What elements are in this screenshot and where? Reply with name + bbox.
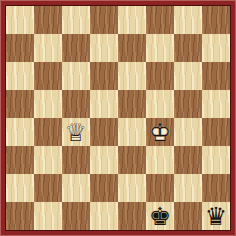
square-f5[interactable] [146, 90, 174, 118]
square-e4[interactable] [118, 118, 146, 146]
square-c3[interactable] [62, 146, 90, 174]
square-d8[interactable] [90, 6, 118, 34]
square-c4[interactable]: ♛♕ [62, 118, 90, 146]
square-g5[interactable] [174, 90, 202, 118]
square-f3[interactable] [146, 146, 174, 174]
square-b5[interactable] [34, 90, 62, 118]
square-e1[interactable] [118, 202, 146, 230]
square-d5[interactable] [90, 90, 118, 118]
square-g6[interactable] [174, 62, 202, 90]
square-a4[interactable] [6, 118, 34, 146]
square-e3[interactable] [118, 146, 146, 174]
square-g8[interactable] [174, 6, 202, 34]
square-a5[interactable] [6, 90, 34, 118]
square-b3[interactable] [34, 146, 62, 174]
square-c1[interactable] [62, 202, 90, 230]
chess-board: ♛♕♚♔♚♛ [6, 6, 230, 230]
square-f8[interactable] [146, 6, 174, 34]
square-h8[interactable] [202, 6, 230, 34]
square-b8[interactable] [34, 6, 62, 34]
square-g4[interactable] [174, 118, 202, 146]
square-a2[interactable] [6, 174, 34, 202]
square-c7[interactable] [62, 34, 90, 62]
square-h1[interactable]: ♛ [202, 202, 230, 230]
square-e8[interactable] [118, 6, 146, 34]
square-b1[interactable] [34, 202, 62, 230]
square-d1[interactable] [90, 202, 118, 230]
square-d6[interactable] [90, 62, 118, 90]
white-king-f4: ♚♔ [146, 118, 174, 146]
square-g1[interactable] [174, 202, 202, 230]
square-f7[interactable] [146, 34, 174, 62]
black-queen-h1: ♛ [202, 202, 230, 230]
square-c5[interactable] [62, 90, 90, 118]
board-frame: ♛♕♚♔♚♛ [0, 0, 236, 236]
square-a7[interactable] [6, 34, 34, 62]
square-a6[interactable] [6, 62, 34, 90]
square-c2[interactable] [62, 174, 90, 202]
square-f2[interactable] [146, 174, 174, 202]
square-h5[interactable] [202, 90, 230, 118]
square-b6[interactable] [34, 62, 62, 90]
square-d2[interactable] [90, 174, 118, 202]
square-f1[interactable]: ♚ [146, 202, 174, 230]
square-f6[interactable] [146, 62, 174, 90]
square-a3[interactable] [6, 146, 34, 174]
piece-outline-layer: ♔ [146, 118, 174, 146]
square-h6[interactable] [202, 62, 230, 90]
square-c8[interactable] [62, 6, 90, 34]
square-e7[interactable] [118, 34, 146, 62]
white-queen-c4: ♛♕ [62, 118, 90, 146]
square-a8[interactable] [6, 6, 34, 34]
square-e6[interactable] [118, 62, 146, 90]
square-a1[interactable] [6, 202, 34, 230]
square-h4[interactable] [202, 118, 230, 146]
black-king-f1: ♚ [146, 202, 174, 230]
piece-outline-layer: ♕ [62, 118, 90, 146]
square-g2[interactable] [174, 174, 202, 202]
square-h2[interactable] [202, 174, 230, 202]
square-d4[interactable] [90, 118, 118, 146]
square-b2[interactable] [34, 174, 62, 202]
square-f4[interactable]: ♚♔ [146, 118, 174, 146]
square-g7[interactable] [174, 34, 202, 62]
square-g3[interactable] [174, 146, 202, 174]
square-h7[interactable] [202, 34, 230, 62]
square-b4[interactable] [34, 118, 62, 146]
square-e2[interactable] [118, 174, 146, 202]
square-e5[interactable] [118, 90, 146, 118]
square-b7[interactable] [34, 34, 62, 62]
square-h3[interactable] [202, 146, 230, 174]
square-c6[interactable] [62, 62, 90, 90]
square-d3[interactable] [90, 146, 118, 174]
square-d7[interactable] [90, 34, 118, 62]
